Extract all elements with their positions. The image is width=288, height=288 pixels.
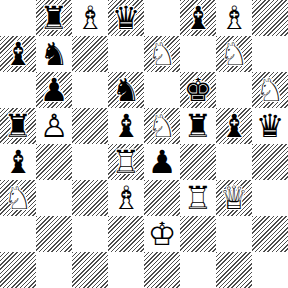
piece-glyph: ♗ — [108, 180, 144, 216]
piece-glyph: ♝ — [0, 144, 36, 180]
piece-glyph: ♙ — [36, 108, 72, 144]
square-c4[interactable] — [72, 144, 108, 180]
square-b6[interactable]: ♟♟ — [36, 72, 72, 108]
square-b1[interactable] — [36, 252, 72, 288]
square-b2[interactable] — [36, 216, 72, 252]
square-b5[interactable]: ♟♙ — [36, 108, 72, 144]
square-f2[interactable] — [180, 216, 216, 252]
piece-black-rook: ♜♜ — [180, 108, 216, 144]
piece-black-king: ♚♚ — [180, 72, 216, 108]
square-g2[interactable] — [216, 216, 252, 252]
square-a8[interactable] — [0, 0, 36, 36]
square-f4[interactable] — [180, 144, 216, 180]
square-a5[interactable]: ♜♜ — [0, 108, 36, 144]
piece-glyph: ♖ — [180, 180, 216, 216]
piece-glyph: ♛ — [108, 0, 144, 36]
square-a3[interactable]: ♞♘ — [0, 180, 36, 216]
piece-black-queen: ♛♛ — [252, 108, 288, 144]
piece-white-pawn: ♟♙ — [36, 108, 72, 144]
piece-glyph: ♟ — [36, 72, 72, 108]
piece-glyph: ♜ — [36, 0, 72, 36]
square-d4[interactable]: ♜♖ — [108, 144, 144, 180]
piece-black-knight: ♞♞ — [36, 36, 72, 72]
square-c1[interactable] — [72, 252, 108, 288]
square-d7[interactable] — [108, 36, 144, 72]
square-h8[interactable] — [252, 0, 288, 36]
piece-glyph: ♜ — [180, 108, 216, 144]
piece-glyph: ♝ — [180, 0, 216, 36]
piece-glyph: ♝ — [108, 108, 144, 144]
piece-glyph: ♘ — [0, 180, 36, 216]
piece-glyph: ♘ — [252, 72, 288, 108]
square-c3[interactable] — [72, 180, 108, 216]
square-f8[interactable]: ♝♝ — [180, 0, 216, 36]
square-h4[interactable] — [252, 144, 288, 180]
square-d8[interactable]: ♛♛ — [108, 0, 144, 36]
piece-white-knight: ♞♘ — [144, 108, 180, 144]
square-g5[interactable]: ♝♝ — [216, 108, 252, 144]
piece-white-bishop: ♝♗ — [72, 0, 108, 36]
piece-white-king: ♚♔ — [144, 216, 180, 252]
piece-black-bishop: ♝♝ — [216, 108, 252, 144]
square-e5[interactable]: ♞♘ — [144, 108, 180, 144]
square-h1[interactable] — [252, 252, 288, 288]
square-d6[interactable]: ♞♞ — [108, 72, 144, 108]
piece-glyph: ♝ — [0, 36, 36, 72]
chess-board: ♜♜♝♗♛♛♝♝♝♗♝♝♞♞♞♘♞♘♟♟♞♞♚♚♞♘♜♜♟♙♝♝♞♘♜♜♝♝♛♛… — [0, 0, 288, 288]
square-e3[interactable] — [144, 180, 180, 216]
piece-glyph: ♘ — [216, 36, 252, 72]
piece-white-knight: ♞♘ — [216, 36, 252, 72]
piece-glyph: ♞ — [108, 72, 144, 108]
piece-white-rook: ♜♖ — [180, 180, 216, 216]
piece-glyph: ♝ — [216, 108, 252, 144]
piece-glyph: ♗ — [72, 0, 108, 36]
square-f3[interactable]: ♜♖ — [180, 180, 216, 216]
square-b8[interactable]: ♜♜ — [36, 0, 72, 36]
square-g8[interactable]: ♝♗ — [216, 0, 252, 36]
piece-glyph: ♛ — [252, 108, 288, 144]
square-a1[interactable] — [0, 252, 36, 288]
square-h2[interactable] — [252, 216, 288, 252]
square-f6[interactable]: ♚♚ — [180, 72, 216, 108]
square-e8[interactable] — [144, 0, 180, 36]
square-g3[interactable]: ♛♕ — [216, 180, 252, 216]
piece-white-knight: ♞♘ — [252, 72, 288, 108]
square-f1[interactable] — [180, 252, 216, 288]
square-g1[interactable] — [216, 252, 252, 288]
square-g7[interactable]: ♞♘ — [216, 36, 252, 72]
piece-black-bishop: ♝♝ — [108, 108, 144, 144]
piece-glyph: ♚ — [180, 72, 216, 108]
piece-glyph: ♔ — [144, 216, 180, 252]
square-b3[interactable] — [36, 180, 72, 216]
square-h7[interactable] — [252, 36, 288, 72]
piece-white-queen: ♛♕ — [216, 180, 252, 216]
piece-black-pawn: ♟♟ — [144, 144, 180, 180]
piece-black-pawn: ♟♟ — [36, 72, 72, 108]
square-g6[interactable] — [216, 72, 252, 108]
square-e1[interactable] — [144, 252, 180, 288]
square-c7[interactable] — [72, 36, 108, 72]
piece-glyph: ♘ — [144, 36, 180, 72]
piece-glyph: ♖ — [108, 144, 144, 180]
piece-white-knight: ♞♘ — [144, 36, 180, 72]
square-f5[interactable]: ♜♜ — [180, 108, 216, 144]
square-d2[interactable] — [108, 216, 144, 252]
square-b4[interactable] — [36, 144, 72, 180]
square-e4[interactable]: ♟♟ — [144, 144, 180, 180]
square-a2[interactable] — [0, 216, 36, 252]
square-a4[interactable]: ♝♝ — [0, 144, 36, 180]
piece-white-rook: ♜♖ — [108, 144, 144, 180]
piece-glyph: ♜ — [0, 108, 36, 144]
square-e2[interactable]: ♚♔ — [144, 216, 180, 252]
piece-glyph: ♘ — [144, 108, 180, 144]
square-f7[interactable] — [180, 36, 216, 72]
square-h6[interactable]: ♞♘ — [252, 72, 288, 108]
square-d1[interactable] — [108, 252, 144, 288]
piece-black-knight: ♞♞ — [108, 72, 144, 108]
square-a7[interactable]: ♝♝ — [0, 36, 36, 72]
square-e6[interactable] — [144, 72, 180, 108]
square-c6[interactable] — [72, 72, 108, 108]
piece-glyph: ♟ — [144, 144, 180, 180]
square-d5[interactable]: ♝♝ — [108, 108, 144, 144]
square-a6[interactable] — [0, 72, 36, 108]
piece-black-bishop: ♝♝ — [180, 0, 216, 36]
piece-black-bishop: ♝♝ — [0, 144, 36, 180]
piece-glyph: ♕ — [216, 180, 252, 216]
square-c5[interactable] — [72, 108, 108, 144]
square-e7[interactable]: ♞♘ — [144, 36, 180, 72]
square-c8[interactable]: ♝♗ — [72, 0, 108, 36]
square-c2[interactable] — [72, 216, 108, 252]
square-h5[interactable]: ♛♛ — [252, 108, 288, 144]
square-b7[interactable]: ♞♞ — [36, 36, 72, 72]
piece-black-bishop: ♝♝ — [0, 36, 36, 72]
piece-white-bishop: ♝♗ — [108, 180, 144, 216]
piece-glyph: ♞ — [36, 36, 72, 72]
piece-glyph: ♗ — [216, 0, 252, 36]
piece-black-rook: ♜♜ — [36, 0, 72, 36]
piece-white-bishop: ♝♗ — [216, 0, 252, 36]
piece-black-rook: ♜♜ — [0, 108, 36, 144]
piece-white-knight: ♞♘ — [0, 180, 36, 216]
square-g4[interactable] — [216, 144, 252, 180]
square-h3[interactable] — [252, 180, 288, 216]
piece-black-queen: ♛♛ — [108, 0, 144, 36]
square-d3[interactable]: ♝♗ — [108, 180, 144, 216]
